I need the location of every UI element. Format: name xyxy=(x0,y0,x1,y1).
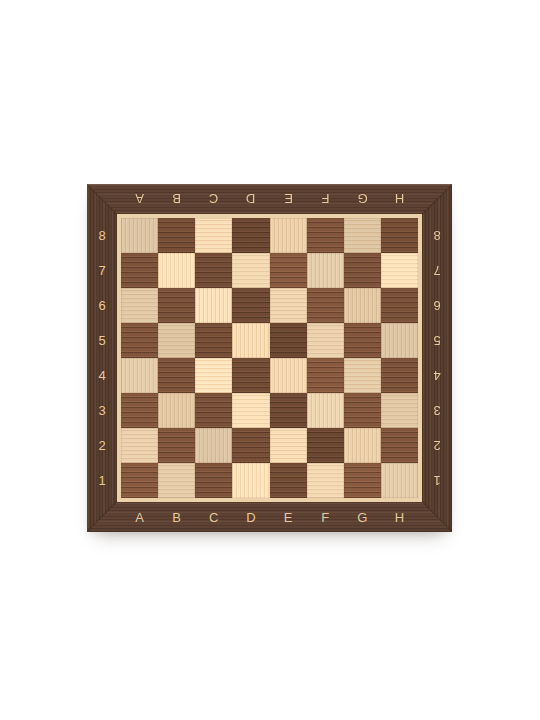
square-c3 xyxy=(195,393,232,428)
rank-right-label-1: 1 xyxy=(422,463,452,498)
square-h7 xyxy=(381,253,418,288)
file-bottom-label-f: F xyxy=(307,502,344,532)
square-e2 xyxy=(270,428,307,463)
square-f1 xyxy=(307,463,344,498)
square-e7 xyxy=(270,253,307,288)
rank-left-label-4: 4 xyxy=(87,358,117,393)
square-h2 xyxy=(381,428,418,463)
file-top-label-a: A xyxy=(121,184,158,214)
file-bottom-label-a: A xyxy=(121,502,158,532)
rank-left-label-5: 5 xyxy=(87,323,117,358)
square-e1 xyxy=(270,463,307,498)
photo-background: ABCDEFGH ABCDEFGH 87654321 87654321 xyxy=(0,0,540,720)
square-d7 xyxy=(232,253,269,288)
square-g3 xyxy=(344,393,381,428)
rank-right-label-2: 2 xyxy=(422,428,452,463)
file-bottom-label-g: G xyxy=(344,502,381,532)
square-c5 xyxy=(195,323,232,358)
square-b7 xyxy=(158,253,195,288)
file-bottom-label-d: D xyxy=(232,502,269,532)
square-e5 xyxy=(270,323,307,358)
square-f3 xyxy=(307,393,344,428)
file-top-label-h: H xyxy=(381,184,418,214)
square-a1 xyxy=(121,463,158,498)
square-b5 xyxy=(158,323,195,358)
square-b3 xyxy=(158,393,195,428)
square-f8 xyxy=(307,218,344,253)
square-g4 xyxy=(344,358,381,393)
file-bottom-label-h: H xyxy=(381,502,418,532)
rank-left-label-8: 8 xyxy=(87,218,117,253)
square-b8 xyxy=(158,218,195,253)
square-a3 xyxy=(121,393,158,428)
rank-left-label-6: 6 xyxy=(87,288,117,323)
squares-grid xyxy=(121,218,418,498)
square-d2 xyxy=(232,428,269,463)
square-h1 xyxy=(381,463,418,498)
square-h6 xyxy=(381,288,418,323)
rank-right-label-6: 6 xyxy=(422,288,452,323)
square-h4 xyxy=(381,358,418,393)
file-bottom-label-b: B xyxy=(158,502,195,532)
square-c2 xyxy=(195,428,232,463)
rank-left-label-3: 3 xyxy=(87,393,117,428)
file-top-label-c: C xyxy=(195,184,232,214)
file-top-label-g: G xyxy=(344,184,381,214)
file-top-label-e: E xyxy=(270,184,307,214)
square-f7 xyxy=(307,253,344,288)
file-top-label-f: F xyxy=(307,184,344,214)
square-g2 xyxy=(344,428,381,463)
file-labels-top: ABCDEFGH xyxy=(121,184,418,214)
board-frame-right: 87654321 xyxy=(422,184,452,532)
square-e6 xyxy=(270,288,307,323)
rank-right-label-7: 7 xyxy=(422,253,452,288)
square-g7 xyxy=(344,253,381,288)
square-b6 xyxy=(158,288,195,323)
rank-labels-right: 87654321 xyxy=(422,218,452,498)
rank-right-label-3: 3 xyxy=(422,393,452,428)
square-f6 xyxy=(307,288,344,323)
square-a6 xyxy=(121,288,158,323)
square-d8 xyxy=(232,218,269,253)
file-bottom-label-c: C xyxy=(195,502,232,532)
square-h5 xyxy=(381,323,418,358)
square-c4 xyxy=(195,358,232,393)
file-top-label-b: B xyxy=(158,184,195,214)
square-c8 xyxy=(195,218,232,253)
rank-right-label-8: 8 xyxy=(422,218,452,253)
square-d5 xyxy=(232,323,269,358)
square-g5 xyxy=(344,323,381,358)
square-f5 xyxy=(307,323,344,358)
square-b1 xyxy=(158,463,195,498)
square-g6 xyxy=(344,288,381,323)
square-b2 xyxy=(158,428,195,463)
board-frame-bottom: ABCDEFGH xyxy=(87,502,452,532)
square-a2 xyxy=(121,428,158,463)
square-e3 xyxy=(270,393,307,428)
square-b4 xyxy=(158,358,195,393)
square-f4 xyxy=(307,358,344,393)
square-a4 xyxy=(121,358,158,393)
square-c1 xyxy=(195,463,232,498)
square-h8 xyxy=(381,218,418,253)
rank-right-label-4: 4 xyxy=(422,358,452,393)
file-bottom-label-e: E xyxy=(270,502,307,532)
rank-right-label-5: 5 xyxy=(422,323,452,358)
square-e8 xyxy=(270,218,307,253)
square-a5 xyxy=(121,323,158,358)
square-d4 xyxy=(232,358,269,393)
square-g8 xyxy=(344,218,381,253)
square-e4 xyxy=(270,358,307,393)
file-top-label-d: D xyxy=(232,184,269,214)
square-c7 xyxy=(195,253,232,288)
rank-labels-left: 87654321 xyxy=(87,218,117,498)
square-d1 xyxy=(232,463,269,498)
square-g1 xyxy=(344,463,381,498)
rank-left-label-7: 7 xyxy=(87,253,117,288)
square-h3 xyxy=(381,393,418,428)
board-frame-left: 87654321 xyxy=(87,184,117,532)
file-labels-bottom: ABCDEFGH xyxy=(121,502,418,532)
rank-left-label-2: 2 xyxy=(87,428,117,463)
square-f2 xyxy=(307,428,344,463)
square-a8 xyxy=(121,218,158,253)
square-c6 xyxy=(195,288,232,323)
chess-board: ABCDEFGH ABCDEFGH 87654321 87654321 xyxy=(87,184,452,532)
board-frame-top: ABCDEFGH xyxy=(87,184,452,214)
square-d6 xyxy=(232,288,269,323)
rank-left-label-1: 1 xyxy=(87,463,117,498)
square-a7 xyxy=(121,253,158,288)
square-d3 xyxy=(232,393,269,428)
playing-area xyxy=(117,214,422,502)
